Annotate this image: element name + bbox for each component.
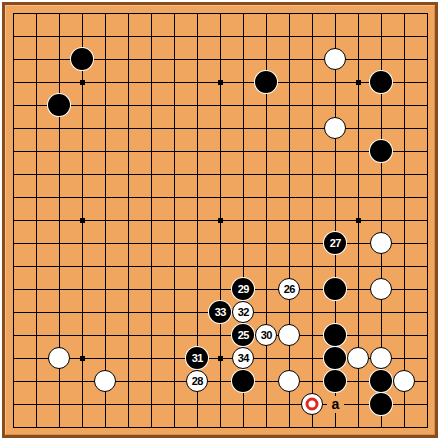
white-stone-l4[interactable]: 34 — [232, 347, 254, 369]
move-number-32: 32 — [238, 307, 249, 318]
white-stone-c4[interactable] — [48, 347, 70, 369]
white-stone-o2[interactable] — [301, 393, 323, 415]
circle-marker — [306, 398, 319, 411]
black-stone-p3[interactable] — [324, 370, 346, 392]
white-stone-p14[interactable] — [324, 117, 346, 139]
move-number-25: 25 — [238, 330, 249, 341]
move-number-27: 27 — [330, 238, 341, 249]
star-point — [80, 356, 85, 361]
black-stone-l7[interactable]: 29 — [232, 278, 254, 300]
grid-line-vertical — [289, 13, 290, 428]
grid-line-horizontal — [13, 404, 428, 405]
white-stone-r4[interactable] — [370, 347, 392, 369]
black-stone-c15[interactable] — [48, 94, 70, 116]
move-number-31: 31 — [192, 353, 203, 364]
grid-line-horizontal — [13, 266, 428, 267]
black-stone-m16[interactable] — [255, 71, 277, 93]
move-number-33: 33 — [215, 307, 226, 318]
star-point — [218, 356, 223, 361]
black-stone-l3[interactable] — [232, 370, 254, 392]
grid-line-horizontal — [13, 381, 428, 382]
white-stone-j3[interactable]: 28 — [186, 370, 208, 392]
black-stone-p7[interactable] — [324, 278, 346, 300]
black-stone-l5[interactable]: 25 — [232, 324, 254, 346]
white-stone-n3[interactable] — [278, 370, 300, 392]
move-number-28: 28 — [192, 376, 203, 387]
white-stone-q4[interactable] — [347, 347, 369, 369]
move-number-30: 30 — [261, 330, 272, 341]
point-label-a[interactable]: a — [327, 396, 344, 413]
white-stone-m5[interactable]: 30 — [255, 324, 277, 346]
black-stone-p4[interactable] — [324, 347, 346, 369]
white-stone-e3[interactable] — [94, 370, 116, 392]
grid-line-horizontal — [13, 243, 428, 244]
go-board: 27292633322530313428a — [2, 2, 438, 438]
white-stone-n7[interactable]: 26 — [278, 278, 300, 300]
black-stone-p9[interactable]: 27 — [324, 232, 346, 254]
move-number-26: 26 — [284, 284, 295, 295]
star-point — [218, 80, 223, 85]
star-point — [356, 218, 361, 223]
grid-line-vertical — [312, 13, 313, 428]
move-number-29: 29 — [238, 284, 249, 295]
white-stone-r9[interactable] — [370, 232, 392, 254]
grid-line-horizontal — [13, 427, 428, 428]
black-stone-r13[interactable] — [370, 140, 392, 162]
grid-line-horizontal — [13, 335, 428, 336]
star-point — [356, 80, 361, 85]
star-point — [80, 218, 85, 223]
grid-line-vertical — [427, 13, 428, 428]
white-stone-l6[interactable]: 32 — [232, 301, 254, 323]
white-stone-n5[interactable] — [278, 324, 300, 346]
grid-line-vertical — [404, 13, 405, 428]
black-stone-p5[interactable] — [324, 324, 346, 346]
white-stone-s3[interactable] — [393, 370, 415, 392]
white-stone-r7[interactable] — [370, 278, 392, 300]
black-stone-r3[interactable] — [370, 370, 392, 392]
star-point — [218, 218, 223, 223]
move-number-34: 34 — [238, 353, 249, 364]
black-stone-k6[interactable]: 33 — [209, 301, 231, 323]
black-stone-r16[interactable] — [370, 71, 392, 93]
black-stone-d17[interactable] — [71, 48, 93, 70]
star-point — [80, 80, 85, 85]
grid-line-horizontal — [13, 289, 428, 290]
black-stone-r2[interactable] — [370, 393, 392, 415]
white-stone-p17[interactable] — [324, 48, 346, 70]
black-stone-j4[interactable]: 31 — [186, 347, 208, 369]
